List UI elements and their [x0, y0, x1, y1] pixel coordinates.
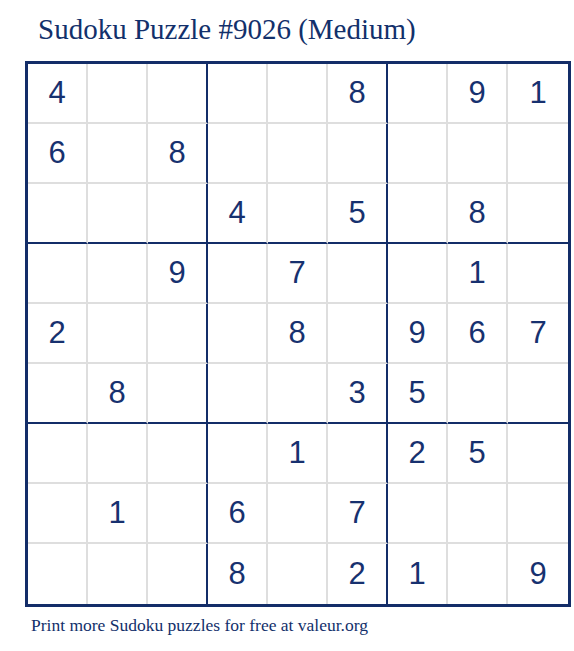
cell-r8c9	[508, 484, 568, 544]
cell-r3c8: 8	[448, 184, 508, 244]
cell-r4c4	[208, 244, 268, 304]
cell-r6c1	[28, 364, 88, 424]
cell-r7c6	[328, 424, 388, 484]
cell-r3c1	[28, 184, 88, 244]
cell-r4c9	[508, 244, 568, 304]
cell-r7c8: 5	[448, 424, 508, 484]
cell-r1c3	[148, 64, 208, 124]
cell-r3c2	[88, 184, 148, 244]
cell-r1c7	[388, 64, 448, 124]
cell-r2c3: 8	[148, 124, 208, 184]
cell-r8c6: 7	[328, 484, 388, 544]
cell-r1c6: 8	[328, 64, 388, 124]
cell-r1c2	[88, 64, 148, 124]
cell-r9c9: 9	[508, 544, 568, 604]
cell-r1c4	[208, 64, 268, 124]
cell-r5c1: 2	[28, 304, 88, 364]
cell-r7c4	[208, 424, 268, 484]
cell-r6c6: 3	[328, 364, 388, 424]
cell-r7c1	[28, 424, 88, 484]
sudoku-grid: 489168458971289678351251678219	[25, 61, 571, 607]
cell-r5c2	[88, 304, 148, 364]
cell-r1c1: 4	[28, 64, 88, 124]
cell-r5c8: 6	[448, 304, 508, 364]
cell-r6c5	[268, 364, 328, 424]
cell-r7c5: 1	[268, 424, 328, 484]
cell-r4c8: 1	[448, 244, 508, 304]
cell-r9c3	[148, 544, 208, 604]
cell-r7c9	[508, 424, 568, 484]
cell-r8c8	[448, 484, 508, 544]
cell-r9c6: 2	[328, 544, 388, 604]
cell-r4c1	[28, 244, 88, 304]
cell-r6c9	[508, 364, 568, 424]
cell-r3c7	[388, 184, 448, 244]
cell-r4c5: 7	[268, 244, 328, 304]
cell-r8c4: 6	[208, 484, 268, 544]
cell-r2c4	[208, 124, 268, 184]
cell-r1c8: 9	[448, 64, 508, 124]
cell-r3c6: 5	[328, 184, 388, 244]
footer-note: Print more Sudoku puzzles for free at va…	[31, 615, 368, 636]
cell-r8c1	[28, 484, 88, 544]
cell-r5c9: 7	[508, 304, 568, 364]
cell-r2c5	[268, 124, 328, 184]
cell-r1c5	[268, 64, 328, 124]
cell-r3c9	[508, 184, 568, 244]
cell-r8c3	[148, 484, 208, 544]
cell-r5c5: 8	[268, 304, 328, 364]
cell-r5c3	[148, 304, 208, 364]
cell-r6c8	[448, 364, 508, 424]
cell-r6c3	[148, 364, 208, 424]
cell-r2c1: 6	[28, 124, 88, 184]
page-title: Sudoku Puzzle #9026 (Medium)	[38, 13, 416, 46]
cell-r2c2	[88, 124, 148, 184]
cell-r9c8	[448, 544, 508, 604]
cell-r1c9: 1	[508, 64, 568, 124]
cell-r8c5	[268, 484, 328, 544]
cell-r7c2	[88, 424, 148, 484]
cell-r9c5	[268, 544, 328, 604]
cell-r4c2	[88, 244, 148, 304]
cell-r8c2: 1	[88, 484, 148, 544]
cell-r4c3: 9	[148, 244, 208, 304]
cell-r6c7: 5	[388, 364, 448, 424]
cell-r2c8	[448, 124, 508, 184]
cell-r9c7: 1	[388, 544, 448, 604]
cell-r4c7	[388, 244, 448, 304]
cell-r5c7: 9	[388, 304, 448, 364]
cell-r5c6	[328, 304, 388, 364]
cell-r2c7	[388, 124, 448, 184]
cell-r9c4: 8	[208, 544, 268, 604]
cell-r7c7: 2	[388, 424, 448, 484]
cell-r3c4: 4	[208, 184, 268, 244]
cell-r8c7	[388, 484, 448, 544]
cell-r6c4	[208, 364, 268, 424]
cell-r5c4	[208, 304, 268, 364]
cell-r2c6	[328, 124, 388, 184]
cell-r3c3	[148, 184, 208, 244]
cell-r4c6	[328, 244, 388, 304]
cell-r7c3	[148, 424, 208, 484]
sudoku-page: Sudoku Puzzle #9026 (Medium) 48916845897…	[0, 0, 574, 651]
cell-r6c2: 8	[88, 364, 148, 424]
cell-r9c1	[28, 544, 88, 604]
cell-r3c5	[268, 184, 328, 244]
cell-r2c9	[508, 124, 568, 184]
cell-r9c2	[88, 544, 148, 604]
